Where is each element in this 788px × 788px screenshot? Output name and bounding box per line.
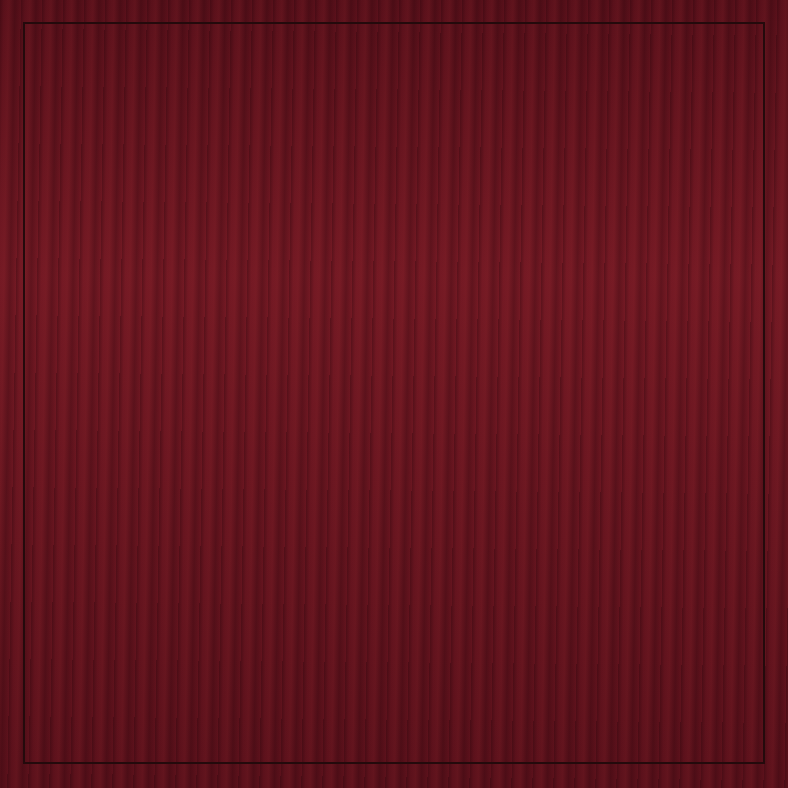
chess-board <box>25 24 763 762</box>
rank-labels <box>0 24 25 762</box>
chess-app: { "game": "chess", "position": { "fen": … <box>0 0 788 788</box>
file-labels <box>25 762 763 788</box>
